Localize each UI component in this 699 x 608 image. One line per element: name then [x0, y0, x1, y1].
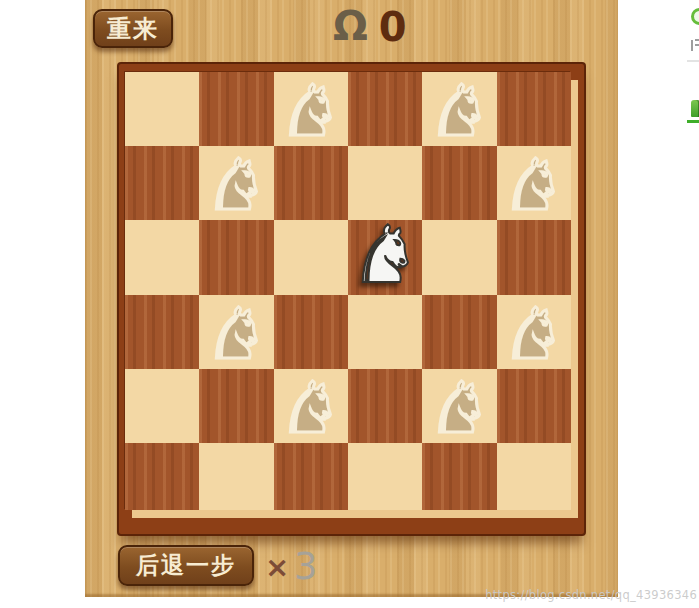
text-fragment: [690, 38, 699, 52]
knight-move-hint[interactable]: ♞: [279, 373, 342, 443]
square-r4c0: [125, 369, 199, 443]
square-r1c5[interactable]: ♞: [497, 146, 571, 220]
square-r0c0: [125, 72, 199, 146]
square-r0c4[interactable]: ♞: [422, 72, 496, 146]
square-r2c4: [422, 220, 496, 295]
move-count-value: 0: [379, 7, 407, 47]
square-r4c3: [348, 369, 422, 443]
square-r5c4: [422, 443, 496, 510]
green-circle-icon[interactable]: [691, 8, 699, 25]
undo-button[interactable]: 后退一步: [118, 545, 254, 586]
square-r0c5: [497, 72, 571, 146]
white-knight[interactable]: ♞: [350, 216, 421, 295]
chess-board: ♞♞♞♞♞♞♞♞♞: [117, 62, 586, 536]
watermark: https://blog.csdn.net/qq_43936346: [485, 588, 697, 602]
knight-move-hint[interactable]: ♞: [428, 373, 491, 443]
square-r4c2[interactable]: ♞: [274, 369, 348, 443]
square-r2c3[interactable]: ♞: [348, 220, 422, 295]
knight-move-hint[interactable]: ♞: [428, 76, 491, 146]
square-r2c5: [497, 220, 571, 295]
square-r1c2: [274, 146, 348, 220]
square-r3c4: [422, 295, 496, 369]
board-grid: ♞♞♞♞♞♞♞♞♞: [125, 72, 571, 510]
square-r2c1: [199, 220, 273, 295]
page: 重来 Ω 0 ♞♞♞♞♞♞♞♞♞ 后退一步 × 3 https://blog.c…: [0, 0, 699, 608]
multiply-icon: ×: [265, 553, 289, 582]
square-r0c1: [199, 72, 273, 146]
move-counter: Ω 0: [333, 6, 407, 47]
square-r5c0: [125, 443, 199, 510]
horseshoe-icon: Ω: [333, 6, 368, 47]
active-tab-underline: [687, 120, 699, 123]
square-r0c2[interactable]: ♞: [274, 72, 348, 146]
knight-move-hint[interactable]: ♞: [205, 150, 268, 220]
divider-line: [687, 60, 699, 62]
square-r5c2: [274, 443, 348, 510]
board-bevel: ♞♞♞♞♞♞♞♞♞: [125, 72, 571, 510]
square-r4c4[interactable]: ♞: [422, 369, 496, 443]
green-plant-icon[interactable]: [691, 100, 699, 117]
square-r2c0: [125, 220, 199, 295]
square-r1c1[interactable]: ♞: [199, 146, 273, 220]
square-r4c5: [497, 369, 571, 443]
knight-move-hint[interactable]: ♞: [502, 150, 565, 220]
square-r3c3: [348, 295, 422, 369]
game-area: 重来 Ω 0 ♞♞♞♞♞♞♞♞♞ 后退一步 × 3: [85, 0, 618, 597]
undo-count-value: 3: [294, 548, 318, 585]
square-r1c4: [422, 146, 496, 220]
square-r2c2: [274, 220, 348, 295]
square-r3c5[interactable]: ♞: [497, 295, 571, 369]
square-r3c2: [274, 295, 348, 369]
square-r5c3: [348, 443, 422, 510]
knight-move-hint[interactable]: ♞: [279, 76, 342, 146]
square-r3c1[interactable]: ♞: [199, 295, 273, 369]
square-r1c0: [125, 146, 199, 220]
knight-move-hint[interactable]: ♞: [502, 299, 565, 369]
square-r5c1: [199, 443, 273, 510]
square-r3c0: [125, 295, 199, 369]
square-r5c5: [497, 443, 571, 510]
knight-move-hint[interactable]: ♞: [205, 299, 268, 369]
square-r0c3: [348, 72, 422, 146]
restart-button[interactable]: 重来: [93, 9, 173, 48]
square-r4c1: [199, 369, 273, 443]
